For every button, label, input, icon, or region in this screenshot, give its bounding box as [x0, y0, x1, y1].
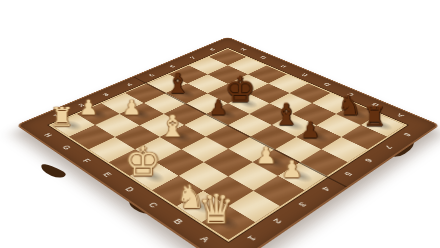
- piece-white-pawn-b4[interactable]: ♟: [256, 145, 277, 168]
- piece-white-rook-h1[interactable]: ♜: [51, 104, 75, 130]
- rank-label: 7: [371, 138, 408, 157]
- chess-board-grid: ♞♜♚♝♟♝♟♟♟♟♝♟♜♚♞♛: [48, 48, 407, 242]
- piece-white-pawn-g3[interactable]: ♟: [122, 98, 141, 119]
- board-foot: [39, 162, 66, 180]
- piece-black-pawn-b6[interactable]: ♟: [300, 120, 320, 142]
- piece-black-king-e6[interactable]: ♚: [225, 73, 256, 108]
- piece-black-pawn-e5[interactable]: ♟: [210, 98, 229, 119]
- rank-label: 8: [390, 126, 426, 144]
- piece-white-queen-a1[interactable]: ♛: [199, 189, 235, 230]
- piece-white-bishop-e3[interactable]: ♝: [159, 112, 186, 142]
- piece-white-pawn-a4[interactable]: ♟: [282, 158, 303, 182]
- piece-white-king-d1[interactable]: ♚: [125, 141, 161, 182]
- chess-board[interactable]: HGFEDCBA HGFEDCBA 87654321 87654321 ♞♜♚♝…: [16, 37, 440, 248]
- rank-label: 2: [258, 209, 299, 234]
- piece-black-bishop-c6[interactable]: ♝: [273, 101, 299, 130]
- piece-black-bishop-g5[interactable]: ♝: [165, 70, 189, 97]
- piece-black-rook-a8[interactable]: ♜: [363, 104, 387, 130]
